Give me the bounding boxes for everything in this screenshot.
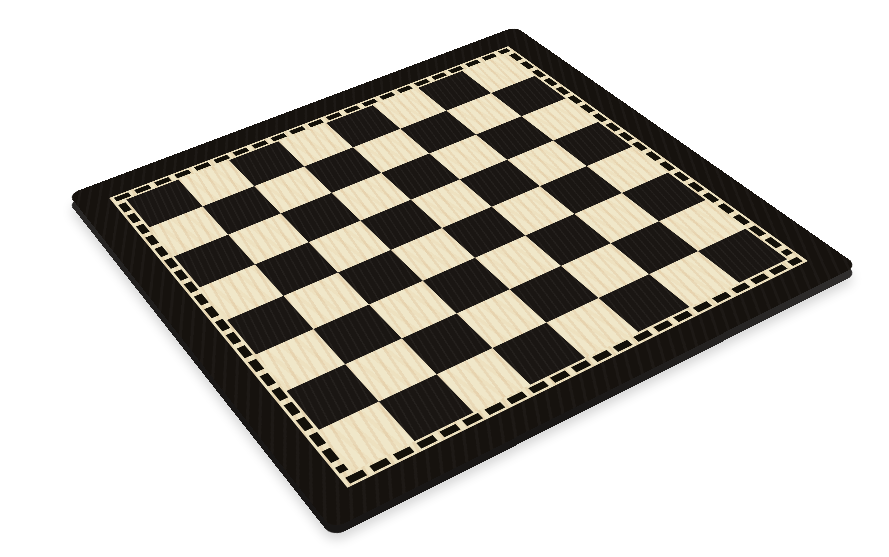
board-square [491,76,566,116]
board-square [418,71,491,111]
board-square [507,141,587,187]
board-square [360,200,442,250]
board-square [304,147,381,193]
board-square [287,364,379,429]
board-square [510,266,599,323]
product-photo-background [0,0,889,557]
board-square [229,141,304,186]
board-squares [126,55,787,471]
board-square [540,166,622,214]
inlay-dashes-right [505,51,798,259]
board-square [446,93,521,135]
board-square [429,135,507,180]
board-square [599,274,690,332]
board-square [369,281,457,339]
board-square [319,402,415,471]
board-square [525,214,610,266]
chess-board [232,18,652,438]
board-square [379,374,474,441]
board-square [227,296,313,355]
board-square [254,166,331,213]
board-square [402,313,493,374]
board-square [492,323,585,385]
board-square [423,258,510,314]
board-square [174,235,255,288]
board-square [587,147,668,193]
board-square [309,221,391,273]
board-square [178,160,254,206]
board-square [326,105,400,147]
board-square [283,273,369,330]
board-square [411,179,492,228]
board-square [649,251,739,307]
board-square [475,236,561,290]
board-square [442,207,525,258]
inlay-dashes-left [114,199,353,477]
board-square [437,348,531,412]
board-square [457,289,547,348]
board-square [353,129,429,173]
board-square [659,200,745,251]
board-square [256,329,345,391]
board-square [313,305,401,365]
board-square [391,228,475,281]
board-square [150,206,229,256]
board-square [460,160,540,207]
board-frame [68,27,857,530]
board-square [381,153,460,199]
board-square [492,186,575,235]
inlay-dashes-bottom [339,254,808,488]
board-square [611,221,698,274]
board-square [278,123,353,166]
board-drop-shadow [232,32,652,452]
board-square [281,193,361,242]
board-square [228,213,308,264]
board-square [373,88,447,129]
board-square [345,338,436,401]
board-square [338,250,423,305]
board-square [698,229,787,283]
board-square [561,243,649,298]
board-square [622,173,706,222]
board-square [553,122,632,166]
board-square [462,55,535,94]
board-square [126,180,202,228]
board-square [546,298,638,358]
board-square [400,111,476,154]
board-square [255,242,338,296]
board-square [521,98,598,140]
board-square [203,186,281,235]
board-square [332,173,411,221]
inlay-band [109,46,808,488]
board-square [476,116,553,159]
board-square [574,193,659,243]
inlay-dashes-top [109,46,515,204]
board-side-edge [232,26,652,446]
board-square [200,264,284,320]
